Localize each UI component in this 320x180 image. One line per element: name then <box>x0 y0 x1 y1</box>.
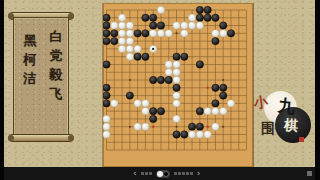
black-stone <box>173 131 180 138</box>
black-stone <box>173 53 180 60</box>
corner-button[interactable] <box>307 171 312 176</box>
player-scroll: 白党毅飞 黑柯洁 <box>8 12 74 142</box>
white-stone <box>126 37 133 44</box>
black-stone <box>157 22 164 29</box>
white-stone <box>103 115 110 122</box>
black-stone <box>204 14 211 21</box>
prev-move-button[interactable]: ‹ <box>133 169 137 178</box>
black-stone <box>111 30 118 37</box>
white-stone <box>111 22 118 29</box>
white-stone <box>142 123 149 130</box>
black-stone <box>220 92 227 99</box>
black-stone <box>142 53 149 60</box>
white-stone <box>165 30 172 37</box>
logo-char-wei: 围 <box>261 120 275 138</box>
black-stone <box>103 37 110 44</box>
white-stone <box>126 45 133 52</box>
white-stone <box>103 123 110 130</box>
black-stone <box>196 107 203 114</box>
black-stone <box>196 6 203 13</box>
white-stone <box>118 22 125 29</box>
white-stone <box>118 30 125 37</box>
white-stone <box>212 30 219 37</box>
white-stone <box>181 30 188 37</box>
black-stone <box>212 84 219 91</box>
logo-char-jiu: 九 <box>277 94 296 119</box>
letterbox-left <box>0 0 4 180</box>
black-stone <box>220 22 227 29</box>
white-stone <box>196 22 203 29</box>
white-stone <box>212 123 219 130</box>
black-stone <box>149 76 156 83</box>
black-stone <box>111 37 118 44</box>
white-stone <box>181 22 188 29</box>
black-stone <box>157 107 164 114</box>
black-stone <box>181 53 188 60</box>
white-stone <box>118 14 125 21</box>
black-stone <box>103 92 110 99</box>
last-move-marker <box>152 48 154 50</box>
scroll-paper: 白党毅飞 黑柯洁 <box>13 17 69 137</box>
white-stone <box>157 30 164 37</box>
white-stone <box>111 100 118 107</box>
white-stone <box>157 6 164 13</box>
letterbox-right <box>315 0 320 180</box>
black-stone <box>173 84 180 91</box>
scroll-roller-bottom <box>8 134 74 142</box>
control-bar: ‹ › <box>0 167 320 180</box>
white-stone <box>165 69 172 76</box>
black-stone <box>220 84 227 91</box>
white-stone <box>188 22 195 29</box>
black-stone <box>196 61 203 68</box>
white-stone <box>188 131 195 138</box>
black-stone <box>212 37 219 44</box>
black-stone <box>134 30 141 37</box>
white-stone <box>134 123 141 130</box>
white-stone <box>142 107 149 114</box>
black-stone <box>149 22 156 29</box>
go-board[interactable] <box>103 3 253 167</box>
black-stone <box>196 123 203 130</box>
white-player-column: 白党毅飞 <box>46 18 66 103</box>
black-stone <box>212 100 219 107</box>
white-stone <box>196 131 203 138</box>
black-stone <box>181 131 188 138</box>
white-stone <box>227 100 234 107</box>
black-stone <box>149 115 156 122</box>
black-stone <box>196 14 203 21</box>
black-stone <box>157 76 164 83</box>
black-stone <box>227 30 234 37</box>
next-move-button[interactable]: › <box>197 169 201 178</box>
black-stone <box>103 61 110 68</box>
move-counter-right <box>174 172 193 175</box>
white-stone <box>134 45 141 52</box>
white-stone <box>220 30 227 37</box>
black-stone <box>103 22 110 29</box>
logo-char-qi: 棋 <box>283 117 298 136</box>
red-seal-icon <box>299 137 304 142</box>
white-stone <box>142 100 149 107</box>
white-stone <box>173 100 180 107</box>
white-stone <box>212 107 219 114</box>
black-stone <box>142 30 149 37</box>
stone-toggle-icon[interactable] <box>156 170 170 178</box>
white-stone <box>204 107 211 114</box>
black-stone <box>134 53 141 60</box>
black-stone <box>212 14 219 21</box>
white-stone <box>204 131 211 138</box>
white-stone <box>126 22 133 29</box>
white-stone <box>103 131 110 138</box>
black-stone <box>103 84 110 91</box>
black-stone <box>103 30 110 37</box>
white-stone <box>126 30 133 37</box>
black-stone <box>126 92 133 99</box>
black-stone <box>165 76 172 83</box>
black-stone <box>142 14 149 21</box>
app-window: 白党毅飞 黑柯洁 小 九 围 棋 ‹ › <box>0 0 320 180</box>
black-stone <box>204 6 211 13</box>
white-stone <box>173 69 180 76</box>
black-player-column: 黑柯洁 <box>20 18 40 88</box>
white-stone <box>134 100 141 107</box>
white-stone <box>173 115 180 122</box>
white-stone <box>220 107 227 114</box>
white-stone <box>149 30 156 37</box>
white-stone <box>118 45 125 52</box>
logo-char-xiao: 小 <box>253 93 269 113</box>
black-stone <box>149 107 156 114</box>
white-stone <box>173 61 180 68</box>
white-stone <box>173 76 180 83</box>
black-stone <box>103 14 110 21</box>
black-stone <box>103 100 110 107</box>
black-stone <box>149 14 156 21</box>
white-stone <box>173 92 180 99</box>
white-stone <box>118 37 125 44</box>
white-stone <box>165 61 172 68</box>
black-stone <box>188 123 195 130</box>
move-counter-left <box>141 172 152 175</box>
white-stone <box>173 22 180 29</box>
app-logo: 小 九 围 棋 <box>252 88 314 152</box>
white-stone <box>188 14 195 21</box>
white-stone <box>126 53 133 60</box>
